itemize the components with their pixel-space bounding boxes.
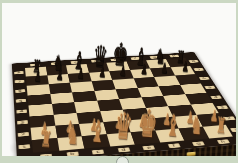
coordinate-plaque: b <box>51 62 60 65</box>
chess-set-product-photo[interactable]: abcdefgh abcdefgh 87654321 87654321 ♜♞♝♛… <box>0 0 238 163</box>
square-c1: ♝ <box>82 134 110 149</box>
coordinate-plaque: 7 <box>15 80 25 83</box>
coordinate-plaque: 1 <box>18 145 30 150</box>
square-b6 <box>48 83 72 94</box>
coordinate-plaque: 2 <box>18 132 29 137</box>
green-border-right <box>236 0 238 163</box>
coordinate-plaque: 6 <box>15 90 25 94</box>
coordinate-plaque: 8 <box>14 71 24 74</box>
coordinate-plaque: g <box>150 56 160 59</box>
white-rook: ♜ <box>40 129 53 152</box>
coordinate-plaque: d <box>91 60 101 63</box>
coordinate-plaque: d <box>117 148 130 153</box>
chess-board-frame: abcdefgh abcdefgh 87654321 87654321 ♜♞♝♛… <box>12 53 238 163</box>
coordinate-plaque: 3 <box>17 121 28 125</box>
coordinate-plaque: 4 <box>16 110 27 114</box>
coordinate-plaque: f <box>167 143 180 148</box>
square-a4 <box>28 104 53 116</box>
coordinate-plaque: 4 <box>210 96 222 100</box>
green-border-left <box>0 0 2 163</box>
chess-board-3d-wrapper: abcdefgh abcdefgh 87654321 87654321 ♜♞♝♛… <box>12 53 238 163</box>
coordinate-plaque: 5 <box>204 86 215 90</box>
coordinate: 1 <box>16 140 33 154</box>
coordinate-plaque: f <box>130 57 140 60</box>
coordinate-plaque: h <box>216 139 229 144</box>
white-pawn: ♟ <box>114 116 123 133</box>
coordinate-plaque: e <box>143 145 156 150</box>
square-c5 <box>72 91 97 103</box>
coordinate-plaque: a <box>30 64 39 67</box>
coordinate-plaque: e <box>111 59 121 62</box>
black-king: ♚ <box>112 38 130 71</box>
coordinate-plaque: 8 <box>189 60 199 63</box>
coordinate-plaque: c <box>92 150 104 155</box>
green-border-top <box>0 0 238 3</box>
coordinate-plaque: c <box>71 61 81 64</box>
square-a6 <box>27 85 50 96</box>
coordinate-plaque: 6 <box>199 77 210 80</box>
magnifier-badge-icon[interactable] <box>116 156 129 163</box>
square-g4 <box>163 95 190 107</box>
coordinate-plaque: 7 <box>194 68 205 71</box>
coordinate-plaque: 5 <box>16 99 26 103</box>
coordinate-plaque: h <box>169 55 179 58</box>
coordinate-plaque: g <box>192 141 205 146</box>
coordinate-plaque: 2 <box>223 117 235 121</box>
square-d5 <box>94 90 119 101</box>
coordinate-plaque: 3 <box>217 106 229 110</box>
